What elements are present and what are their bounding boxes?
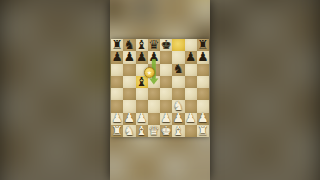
bg-square-b4 — [37, 88, 78, 129]
square-f1[interactable]: ♝ — [172, 125, 184, 137]
square-h1[interactable]: ♜ — [197, 125, 209, 137]
chess-board: ♜♞♝♛♚♜♟♟♟♟♟♟♞♝♞♟♟♟♟♟♟♟♜♞♝♛♚♝♜ ★ — [111, 39, 209, 137]
piece-black-pawn-b7: ♟ — [124, 51, 135, 64]
square-e2[interactable]: ♟ — [160, 113, 172, 125]
bg-square-b6 — [37, 6, 78, 47]
piece-white-bishop-f1: ♝ — [173, 124, 184, 137]
square-c7[interactable]: ♟ — [136, 51, 148, 63]
piece-black-rook-a8: ♜ — [111, 38, 122, 51]
square-g3[interactable] — [185, 100, 197, 112]
square-h5[interactable] — [197, 76, 209, 88]
square-d7[interactable]: ♟ — [148, 51, 160, 63]
square-b8[interactable]: ♞ — [123, 39, 135, 51]
piece-white-knight-f3: ♞ — [173, 100, 184, 113]
piece-white-rook-a1: ♜ — [111, 124, 122, 137]
piece-black-pawn-g7: ♟ — [185, 51, 196, 64]
piece-white-knight-b1: ♞ — [124, 124, 135, 137]
square-g8[interactable] — [185, 39, 197, 51]
bg-square-a3 — [0, 129, 37, 170]
bg-square-h6 — [283, 6, 320, 47]
bg-square-b3 — [37, 129, 78, 170]
piece-black-pawn-a7: ♟ — [111, 51, 122, 64]
piece-white-king-e1: ♚ — [160, 124, 171, 137]
square-c2[interactable]: ♟ — [136, 113, 148, 125]
bg-piece-black-pawn-a7: ♟ — [0, 0, 35, 5]
bg-square-h5 — [283, 47, 320, 88]
piece-white-pawn-h2: ♟ — [197, 112, 208, 125]
square-g6[interactable] — [185, 64, 197, 76]
bg-square-h2: ♟ — [283, 170, 320, 180]
square-f6[interactable]: ♞ — [172, 64, 184, 76]
square-h7[interactable]: ♟ — [197, 51, 209, 63]
square-a4[interactable] — [111, 88, 123, 100]
square-b2[interactable]: ♟ — [123, 113, 135, 125]
bg-piece-white-pawn-a2: ♟ — [0, 168, 35, 180]
video-strip: ♜♞♝♛♚♜♟♟♟♟♟♟♞♝♞♟♟♟♟♟♟♟♜♞♝♛♚♝♜ ♜♞♝♛♚♜♟♟♟♟… — [110, 0, 210, 180]
square-e4[interactable] — [160, 88, 172, 100]
square-h2[interactable]: ♟ — [197, 113, 209, 125]
square-b7[interactable]: ♟ — [123, 51, 135, 63]
square-e6[interactable] — [160, 64, 172, 76]
bg-piece-black-pawn-c7: ♟ — [110, 0, 127, 23]
square-e5[interactable] — [160, 76, 172, 88]
square-c1[interactable]: ♝ — [136, 125, 148, 137]
bg-square-b5 — [37, 47, 78, 88]
square-d1[interactable]: ♛ — [148, 125, 160, 137]
bg-square-d7: ♟ — [128, 0, 160, 24]
square-d3[interactable] — [148, 100, 160, 112]
piece-white-queen-d1: ♛ — [148, 124, 159, 137]
square-g2[interactable]: ♟ — [185, 113, 197, 125]
square-h3[interactable] — [197, 100, 209, 112]
square-h4[interactable] — [197, 88, 209, 100]
square-g5[interactable] — [185, 76, 197, 88]
square-f3[interactable]: ♞ — [172, 100, 184, 112]
square-f2[interactable]: ♟ — [172, 113, 184, 125]
bg-square-g5 — [242, 47, 283, 88]
square-f7[interactable] — [172, 51, 184, 63]
bg-square-c2: ♟ — [110, 152, 128, 180]
piece-black-knight-b8: ♞ — [124, 38, 135, 51]
piece-black-rook-h8: ♜ — [197, 38, 208, 51]
bg-piece-white-pawn-h2: ♟ — [285, 168, 320, 180]
square-e1[interactable]: ♚ — [160, 125, 172, 137]
piece-white-pawn-a2: ♟ — [111, 112, 122, 125]
square-a5[interactable] — [111, 76, 123, 88]
piece-black-pawn-c7: ♟ — [136, 51, 147, 64]
piece-white-pawn-f2: ♟ — [173, 112, 184, 125]
bg-square-g6 — [242, 6, 283, 47]
square-a8[interactable]: ♜ — [111, 39, 123, 51]
bg-piece-white-pawn-b2: ♟ — [38, 168, 76, 180]
square-a7[interactable]: ♟ — [111, 51, 123, 63]
piece-black-bishop-c5: ♝ — [136, 75, 147, 88]
square-d6[interactable] — [148, 64, 160, 76]
bg-square-a5 — [0, 47, 37, 88]
bg-square-b2: ♟ — [37, 170, 78, 180]
square-d5[interactable] — [148, 76, 160, 88]
square-c8[interactable]: ♝ — [136, 39, 148, 51]
piece-black-bishop-c8: ♝ — [136, 38, 147, 51]
bg-piece-black-pawn-b7: ♟ — [38, 0, 76, 5]
square-b3[interactable] — [123, 100, 135, 112]
square-c5[interactable]: ♝ — [136, 76, 148, 88]
bg-piece-white-pawn-g2: ♟ — [244, 168, 282, 180]
bg-piece-black-pawn-d7: ♟ — [129, 0, 158, 23]
square-g4[interactable] — [185, 88, 197, 100]
bg-piece-black-pawn-g7: ♟ — [244, 0, 282, 5]
piece-black-king-e8: ♚ — [160, 38, 171, 51]
bg-square-g4 — [242, 88, 283, 129]
square-f8[interactable] — [172, 39, 184, 51]
bg-square-d2 — [128, 152, 160, 180]
piece-white-bishop-c1: ♝ — [136, 124, 147, 137]
bg-square-e2: ♟ — [160, 152, 192, 180]
square-d4[interactable] — [148, 88, 160, 100]
square-e7[interactable] — [160, 51, 172, 63]
video-frame: ♜♞♝♛♚♜♟♟♟♟♟♟♞♝♞♟♟♟♟♟♟♟♜♞♝♛♚♝♜ ♜♞♝♛♚♜♟♟♟♟… — [0, 0, 320, 180]
square-c6[interactable] — [136, 64, 148, 76]
square-c3[interactable] — [136, 100, 148, 112]
piece-black-pawn-h7: ♟ — [197, 51, 208, 64]
bg-piece-white-pawn-f2: ♟ — [193, 150, 210, 180]
square-a6[interactable] — [111, 64, 123, 76]
piece-white-rook-h1: ♜ — [197, 124, 208, 137]
bg-square-h4 — [283, 88, 320, 129]
bg-piece-black-pawn-h7: ♟ — [285, 0, 320, 5]
square-h8[interactable]: ♜ — [197, 39, 209, 51]
bg-square-a4 — [0, 88, 37, 129]
piece-black-knight-f6: ♞ — [173, 63, 184, 76]
bg-square-a6 — [0, 6, 37, 47]
piece-white-pawn-c2: ♟ — [136, 112, 147, 125]
bg-square-h3 — [283, 129, 320, 170]
bg-piece-white-pawn-c2: ♟ — [110, 150, 127, 180]
square-a2[interactable]: ♟ — [111, 113, 123, 125]
square-h6[interactable] — [197, 64, 209, 76]
square-d2[interactable] — [148, 113, 160, 125]
square-g1[interactable] — [185, 125, 197, 137]
square-f4[interactable] — [172, 88, 184, 100]
square-a1[interactable]: ♜ — [111, 125, 123, 137]
square-a3[interactable] — [111, 100, 123, 112]
piece-white-pawn-g2: ♟ — [185, 112, 196, 125]
piece-black-queen-d8: ♛ — [148, 38, 159, 51]
bg-square-e7 — [160, 0, 192, 24]
piece-white-pawn-b2: ♟ — [124, 112, 135, 125]
square-f5[interactable] — [172, 76, 184, 88]
bg-square-a2: ♟ — [0, 170, 37, 180]
square-b1[interactable]: ♞ — [123, 125, 135, 137]
piece-white-pawn-e2: ♟ — [160, 112, 171, 125]
square-e3[interactable] — [160, 100, 172, 112]
square-b5[interactable] — [123, 76, 135, 88]
bg-square-g2: ♟ — [242, 170, 283, 180]
square-b4[interactable] — [123, 88, 135, 100]
bg-square-f7 — [192, 0, 210, 24]
bg-piece-white-pawn-e2: ♟ — [161, 150, 190, 180]
square-d8[interactable]: ♛ — [148, 39, 160, 51]
bg-square-c7: ♟ — [110, 0, 128, 24]
bg-square-g3 — [242, 129, 283, 170]
bg-square-f2: ♟ — [192, 152, 210, 180]
square-c4[interactable] — [136, 88, 148, 100]
square-e8[interactable]: ♚ — [160, 39, 172, 51]
square-b6[interactable] — [123, 64, 135, 76]
piece-black-pawn-d7: ♟ — [148, 51, 159, 64]
square-g7[interactable]: ♟ — [185, 51, 197, 63]
